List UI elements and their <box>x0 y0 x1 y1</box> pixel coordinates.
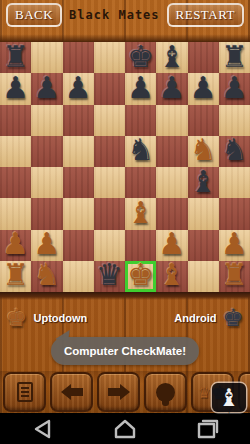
piece-white-bishop: ♝ <box>127 198 154 228</box>
square-e4[interactable] <box>125 167 156 198</box>
nav-back-icon <box>30 418 54 440</box>
square-g6[interactable] <box>188 105 219 136</box>
piece-black-pawn: ♟ <box>190 73 217 103</box>
square-b8[interactable] <box>31 42 62 73</box>
piece-black-rook: ♜ <box>2 42 29 72</box>
square-c8[interactable] <box>63 42 94 73</box>
square-c4[interactable] <box>63 167 94 198</box>
square-h4[interactable] <box>219 167 250 198</box>
square-d4[interactable] <box>94 167 125 198</box>
piece-white-pawn: ♟ <box>33 229 60 259</box>
piece-white-bishop: ♝ <box>158 260 185 290</box>
square-b3[interactable] <box>31 198 62 229</box>
piece-black-rook: ♜ <box>221 42 248 72</box>
square-b1[interactable]: ♞ <box>31 261 62 292</box>
square-g5[interactable]: ♞ <box>188 136 219 167</box>
player-black: Android ♚ <box>174 306 244 330</box>
top-bar: BACK Black Mates RESTART <box>0 0 250 30</box>
square-b2[interactable]: ♟ <box>31 230 62 261</box>
chess-board: ♜♚♝♜♟♟♟♟♟♟♟♞♞♞♝♝♟♟♟♟♜♞♛♚♝♜ <box>0 42 250 292</box>
square-a3[interactable] <box>0 198 31 229</box>
square-g4[interactable]: ♝ <box>188 167 219 198</box>
square-h5[interactable]: ♞ <box>219 136 250 167</box>
square-h7[interactable]: ♟ <box>219 73 250 104</box>
square-f3[interactable] <box>156 198 187 229</box>
hint-button[interactable] <box>144 372 187 412</box>
piece-black-knight: ♞ <box>221 135 248 165</box>
player-white: ♚ Uptodown <box>6 306 87 330</box>
keyhole-icon <box>156 383 175 402</box>
square-a2[interactable]: ♟ <box>0 230 31 261</box>
square-f8[interactable]: ♝ <box>156 42 187 73</box>
square-c5[interactable] <box>63 136 94 167</box>
square-e1[interactable]: ♚ <box>125 261 156 292</box>
square-d8[interactable] <box>94 42 125 73</box>
back-button[interactable]: BACK <box>6 3 62 27</box>
square-a5[interactable] <box>0 136 31 167</box>
square-e7[interactable]: ♟ <box>125 73 156 104</box>
square-h3[interactable] <box>219 198 250 229</box>
square-a1[interactable]: ♜ <box>0 261 31 292</box>
square-c7[interactable]: ♟ <box>63 73 94 104</box>
square-e5[interactable]: ♞ <box>125 136 156 167</box>
arrow-right-icon <box>106 382 132 402</box>
page-title: Black Mates <box>69 8 159 22</box>
player-bar: ♚ Uptodown Android ♚ <box>0 300 250 336</box>
piece-black-king: ♚ <box>127 42 154 72</box>
square-h6[interactable] <box>219 105 250 136</box>
nav-recents-button[interactable] <box>193 418 223 440</box>
square-h1[interactable]: ♜ <box>219 261 250 292</box>
square-f5[interactable] <box>156 136 187 167</box>
square-b4[interactable] <box>31 167 62 198</box>
square-h8[interactable]: ♜ <box>219 42 250 73</box>
piece-black-pawn: ♟ <box>158 73 185 103</box>
square-c3[interactable] <box>63 198 94 229</box>
bishop-up-arrow-icon: ♝↑ <box>218 386 240 410</box>
square-b6[interactable] <box>31 105 62 136</box>
nav-back-button[interactable] <box>27 418 57 440</box>
square-e6[interactable] <box>125 105 156 136</box>
piece-white-pawn: ♟ <box>221 229 248 259</box>
arrow-left-icon <box>59 382 85 402</box>
square-c6[interactable] <box>63 105 94 136</box>
square-b5[interactable] <box>31 136 62 167</box>
square-g3[interactable] <box>188 198 219 229</box>
piece-white-king: ♚ <box>127 260 154 290</box>
square-f1[interactable]: ♝ <box>156 261 187 292</box>
square-g2[interactable] <box>188 230 219 261</box>
square-a7[interactable]: ♟ <box>0 73 31 104</box>
square-d1[interactable]: ♛ <box>94 261 125 292</box>
moves-list-button[interactable] <box>3 372 46 412</box>
document-icon <box>17 382 33 402</box>
piece-white-knight: ♞ <box>190 135 217 165</box>
square-f7[interactable]: ♟ <box>156 73 187 104</box>
piece-black-pawn: ♟ <box>127 73 154 103</box>
piece-black-bishop: ♝ <box>158 42 185 72</box>
square-e3[interactable]: ♝ <box>125 198 156 229</box>
square-f6[interactable] <box>156 105 187 136</box>
android-nav-bar <box>0 413 250 444</box>
player-black-name: Android <box>174 312 216 324</box>
board-bottom-edge <box>0 292 250 300</box>
square-a8[interactable]: ♜ <box>0 42 31 73</box>
piece-black-pawn: ♟ <box>2 73 29 103</box>
square-f2[interactable]: ♟ <box>156 230 187 261</box>
square-d5[interactable] <box>94 136 125 167</box>
board-top-shadow <box>0 30 250 42</box>
bubble-tail <box>55 328 69 341</box>
square-c2[interactable] <box>63 230 94 261</box>
square-a4[interactable] <box>0 167 31 198</box>
nav-home-icon <box>112 418 138 440</box>
square-d3[interactable] <box>94 198 125 229</box>
mini-white-queen-icon: ♛ <box>197 385 210 400</box>
piece-black-pawn: ♟ <box>221 73 248 103</box>
piece-white-rook: ♜ <box>2 260 29 290</box>
square-h2[interactable]: ♟ <box>219 230 250 261</box>
piece-white-pawn: ♟ <box>2 229 29 259</box>
square-a6[interactable] <box>0 105 31 136</box>
restart-button[interactable]: RESTART <box>167 3 244 27</box>
checkmate-bubble-text: Computer CheckMate! <box>64 345 186 357</box>
piece-black-queen: ♛ <box>96 260 123 290</box>
player-white-name: Uptodown <box>34 312 88 324</box>
square-b7[interactable]: ♟ <box>31 73 62 104</box>
square-g7[interactable]: ♟ <box>188 73 219 104</box>
square-e8[interactable]: ♚ <box>125 42 156 73</box>
square-e2[interactable] <box>125 230 156 261</box>
piece-black-pawn: ♟ <box>33 73 60 103</box>
square-g8[interactable] <box>188 42 219 73</box>
nav-recents-icon <box>195 418 221 440</box>
square-d2[interactable] <box>94 230 125 261</box>
undo-button[interactable] <box>50 372 93 412</box>
square-c1[interactable] <box>63 261 94 292</box>
piece-black-pawn: ♟ <box>65 73 92 103</box>
piece-white-rook: ♜ <box>221 260 248 290</box>
black-king-icon: ♚ <box>222 306 244 330</box>
piece-white-pawn: ♟ <box>158 229 185 259</box>
redo-button[interactable] <box>97 372 140 412</box>
checkmate-bubble: Computer CheckMate! <box>51 337 199 365</box>
piece-white-knight: ♞ <box>33 260 60 290</box>
square-g1[interactable] <box>188 261 219 292</box>
promotion-badge[interactable]: ♝↑ <box>212 383 246 412</box>
square-f4[interactable] <box>156 167 187 198</box>
white-king-icon: ♚ <box>6 306 28 330</box>
nav-home-button[interactable] <box>110 418 140 440</box>
piece-black-knight: ♞ <box>127 135 154 165</box>
square-d6[interactable] <box>94 105 125 136</box>
piece-black-bishop: ♝ <box>190 167 217 197</box>
chess-app-screen: BACK Black Mates RESTART ♜♚♝♜♟♟♟♟♟♟♟♞♞♞♝… <box>0 0 250 444</box>
square-d7[interactable] <box>94 73 125 104</box>
